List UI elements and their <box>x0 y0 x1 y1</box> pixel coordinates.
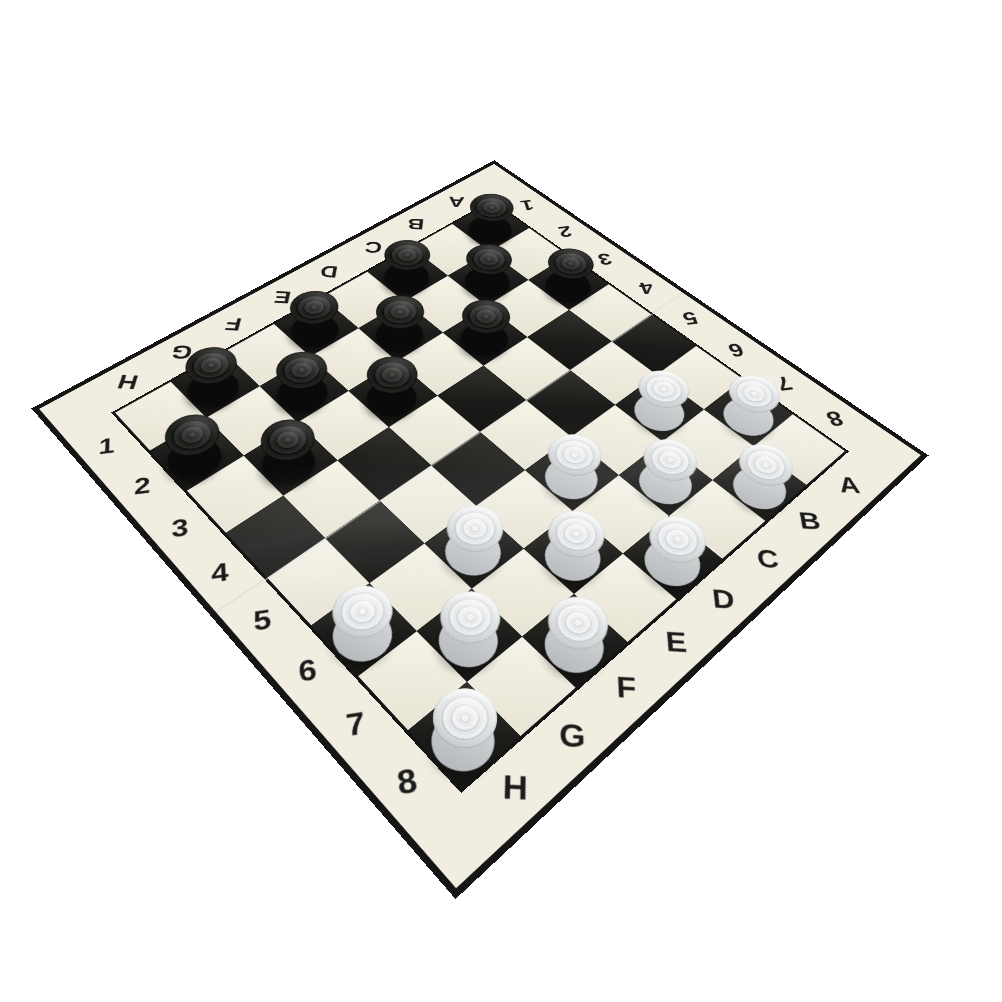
board: 1122334455667788AABBCCDDEEFFGGHH <box>31 160 928 899</box>
label-file-G-rank8-edge: G <box>523 690 623 784</box>
playing-area <box>111 200 849 793</box>
page-background: { "game": "checkers (English draughts)",… <box>0 0 1002 1002</box>
square-H3[interactable] <box>187 456 283 533</box>
